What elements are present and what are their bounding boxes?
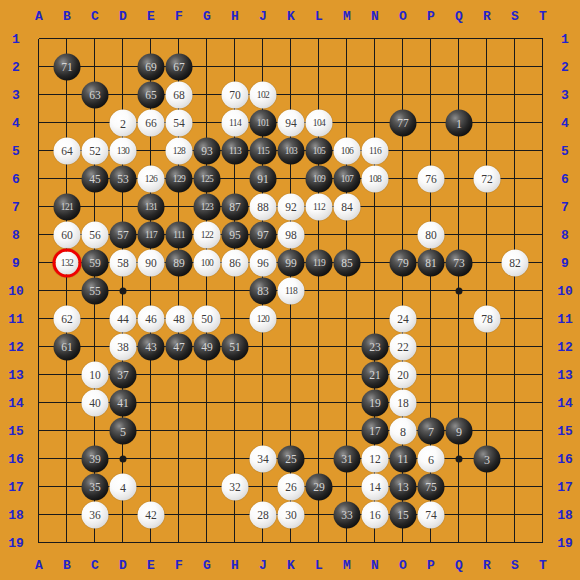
star-point-D10: [120, 288, 127, 295]
black-stone-E3-move-65: 65: [138, 82, 165, 109]
white-stone-B11-move-62: 62: [54, 306, 81, 333]
white-stone-D12-move-38: 38: [110, 334, 137, 361]
white-stone-J18-move-28: 28: [250, 502, 277, 529]
black-stone-O16-move-11: 11: [390, 446, 417, 473]
coord-label-left-17: 17: [8, 481, 24, 494]
black-stone-O18-move-15: 15: [390, 502, 417, 529]
white-stone-J3-move-102: 102: [250, 82, 277, 109]
coord-label-bottom-F: F: [175, 559, 183, 572]
coord-label-top-C: C: [91, 10, 99, 23]
coord-label-left-16: 16: [8, 453, 24, 466]
coord-label-top-Q: Q: [455, 10, 463, 23]
black-stone-F2-move-67: 67: [166, 54, 193, 81]
black-stone-B7-move-121: 121: [54, 194, 81, 221]
coord-label-top-O: O: [399, 10, 407, 23]
coord-label-bottom-K: K: [287, 559, 295, 572]
white-stone-E9-move-90: 90: [138, 250, 165, 277]
coord-label-top-K: K: [287, 10, 295, 23]
white-stone-K17-move-26: 26: [278, 474, 305, 501]
white-stone-C5-move-52: 52: [82, 138, 109, 165]
white-stone-F11-move-48: 48: [166, 306, 193, 333]
star-point-D16: [120, 456, 127, 463]
black-stone-C17-move-35: 35: [82, 474, 109, 501]
coord-label-right-15: 15: [557, 425, 573, 438]
coord-label-left-14: 14: [8, 397, 24, 410]
black-stone-M16-move-31: 31: [334, 446, 361, 473]
white-stone-B9-move-132: 132: [53, 249, 82, 278]
coord-label-top-D: D: [119, 10, 127, 23]
white-stone-G8-move-122: 122: [194, 222, 221, 249]
coord-label-left-15: 15: [8, 425, 24, 438]
black-stone-K5-move-103: 103: [278, 138, 305, 165]
coord-label-bottom-D: D: [119, 559, 127, 572]
coord-label-left-8: 8: [12, 229, 20, 242]
white-stone-H17-move-32: 32: [222, 474, 249, 501]
white-stone-H3-move-70: 70: [222, 82, 249, 109]
coord-label-left-5: 5: [12, 145, 20, 158]
white-stone-N18-move-16: 16: [362, 502, 389, 529]
coord-label-bottom-L: L: [315, 559, 323, 572]
coord-label-top-S: S: [511, 10, 519, 23]
black-stone-D8-move-57: 57: [110, 222, 137, 249]
white-stone-M5-move-106: 106: [334, 138, 361, 165]
white-stone-O14-move-18: 18: [390, 390, 417, 417]
black-stone-M6-move-107: 107: [334, 166, 361, 193]
black-stone-G5-move-93: 93: [194, 138, 221, 165]
white-stone-P6-move-76: 76: [418, 166, 445, 193]
black-stone-F6-move-129: 129: [166, 166, 193, 193]
white-stone-P8-move-80: 80: [418, 222, 445, 249]
coord-label-bottom-M: M: [343, 559, 351, 572]
coord-label-left-19: 19: [8, 537, 24, 550]
star-point-Q16: [456, 456, 463, 463]
coord-label-left-18: 18: [8, 509, 24, 522]
white-stone-K18-move-30: 30: [278, 502, 305, 529]
black-stone-P9-move-81: 81: [418, 250, 445, 277]
white-stone-N17-move-14: 14: [362, 474, 389, 501]
black-stone-D13-move-37: 37: [110, 362, 137, 389]
black-stone-F12-move-47: 47: [166, 334, 193, 361]
black-stone-C16-move-39: 39: [82, 446, 109, 473]
white-stone-D4-move-2: 2: [110, 110, 137, 137]
white-stone-B5-move-64: 64: [54, 138, 81, 165]
white-stone-F4-move-54: 54: [166, 110, 193, 137]
coord-label-bottom-C: C: [91, 559, 99, 572]
white-stone-L4-move-104: 104: [306, 110, 333, 137]
coord-label-top-M: M: [343, 10, 351, 23]
black-stone-J6-move-91: 91: [250, 166, 277, 193]
coord-label-right-19: 19: [557, 537, 573, 550]
coord-label-right-5: 5: [561, 145, 569, 158]
white-stone-G11-move-50: 50: [194, 306, 221, 333]
black-stone-H8-move-95: 95: [222, 222, 249, 249]
white-stone-K4-move-94: 94: [278, 110, 305, 137]
black-stone-J10-move-83: 83: [250, 278, 277, 305]
coord-label-top-A: A: [35, 10, 43, 23]
coord-label-top-H: H: [231, 10, 239, 23]
black-stone-N13-move-21: 21: [362, 362, 389, 389]
white-stone-F5-move-128: 128: [166, 138, 193, 165]
coord-label-right-2: 2: [561, 61, 569, 74]
coord-label-left-2: 2: [12, 61, 20, 74]
coord-label-bottom-B: B: [63, 559, 71, 572]
white-stone-J9-move-96: 96: [250, 250, 277, 277]
white-stone-P18-move-74: 74: [418, 502, 445, 529]
coord-label-left-7: 7: [12, 201, 20, 214]
star-point-Q10: [456, 288, 463, 295]
black-stone-E12-move-43: 43: [138, 334, 165, 361]
coord-label-bottom-H: H: [231, 559, 239, 572]
coord-label-left-9: 9: [12, 257, 20, 270]
black-stone-L5-move-105: 105: [306, 138, 333, 165]
black-stone-H7-move-87: 87: [222, 194, 249, 221]
black-stone-N15-move-17: 17: [362, 418, 389, 445]
black-stone-J5-move-115: 115: [250, 138, 277, 165]
coord-label-bottom-S: S: [511, 559, 519, 572]
black-stone-G7-move-123: 123: [194, 194, 221, 221]
white-stone-E6-move-126: 126: [138, 166, 165, 193]
coord-label-bottom-T: T: [539, 559, 547, 572]
black-stone-M18-move-33: 33: [334, 502, 361, 529]
black-stone-B2-move-71: 71: [54, 54, 81, 81]
black-stone-E2-move-69: 69: [138, 54, 165, 81]
white-stone-M7-move-84: 84: [334, 194, 361, 221]
black-stone-C3-move-63: 63: [82, 82, 109, 109]
black-stone-O17-move-13: 13: [390, 474, 417, 501]
white-stone-E11-move-46: 46: [138, 306, 165, 333]
coord-label-top-T: T: [539, 10, 547, 23]
black-stone-P15-move-7: 7: [418, 418, 445, 445]
white-stone-C14-move-40: 40: [82, 390, 109, 417]
white-stone-C13-move-10: 10: [82, 362, 109, 389]
black-stone-D6-move-53: 53: [110, 166, 137, 193]
coord-label-bottom-A: A: [35, 559, 43, 572]
coord-label-left-6: 6: [12, 173, 20, 186]
white-stone-D5-move-130: 130: [110, 138, 137, 165]
coord-label-top-E: E: [147, 10, 155, 23]
white-stone-K10-move-118: 118: [278, 278, 305, 305]
white-stone-K8-move-98: 98: [278, 222, 305, 249]
coord-label-top-G: G: [203, 10, 211, 23]
black-stone-C9-move-59: 59: [82, 250, 109, 277]
white-stone-B8-move-60: 60: [54, 222, 81, 249]
black-stone-F9-move-89: 89: [166, 250, 193, 277]
white-stone-G9-move-100: 100: [194, 250, 221, 277]
coord-label-right-3: 3: [561, 89, 569, 102]
go-board[interactable]: AABBCCDDEEFFGGHHJJKKLLMMNNOOPPQQRRSSTT11…: [0, 0, 580, 580]
coord-label-left-11: 11: [8, 313, 24, 326]
coord-label-left-1: 1: [12, 33, 20, 46]
coord-label-left-13: 13: [8, 369, 24, 382]
coord-label-top-B: B: [63, 10, 71, 23]
coord-label-top-F: F: [175, 10, 183, 23]
black-stone-E7-move-131: 131: [138, 194, 165, 221]
coord-label-right-17: 17: [557, 481, 573, 494]
black-stone-Q4-move-1: 1: [446, 110, 473, 137]
coord-label-right-7: 7: [561, 201, 569, 214]
coord-label-top-N: N: [371, 10, 379, 23]
black-stone-G6-move-125: 125: [194, 166, 221, 193]
white-stone-H4-move-114: 114: [222, 110, 249, 137]
coord-label-bottom-E: E: [147, 559, 155, 572]
black-stone-P17-move-75: 75: [418, 474, 445, 501]
black-stone-C10-move-55: 55: [82, 278, 109, 305]
white-stone-C8-move-56: 56: [82, 222, 109, 249]
white-stone-F3-move-68: 68: [166, 82, 193, 109]
coord-label-right-9: 9: [561, 257, 569, 270]
coord-label-right-10: 10: [557, 285, 573, 298]
white-stone-O11-move-24: 24: [390, 306, 417, 333]
coord-label-right-13: 13: [557, 369, 573, 382]
white-stone-E4-move-66: 66: [138, 110, 165, 137]
white-stone-H9-move-86: 86: [222, 250, 249, 277]
white-stone-D17-move-4: 4: [110, 474, 137, 501]
black-stone-J4-move-101: 101: [250, 110, 277, 137]
coord-label-bottom-Q: Q: [455, 559, 463, 572]
coord-label-left-10: 10: [8, 285, 24, 298]
black-stone-B12-move-61: 61: [54, 334, 81, 361]
white-stone-D9-move-58: 58: [110, 250, 137, 277]
black-stone-K16-move-25: 25: [278, 446, 305, 473]
white-stone-O13-move-20: 20: [390, 362, 417, 389]
black-stone-C6-move-45: 45: [82, 166, 109, 193]
black-stone-Q15-move-9: 9: [446, 418, 473, 445]
coord-label-left-12: 12: [8, 341, 24, 354]
black-stone-R16-move-3: 3: [474, 446, 501, 473]
black-stone-D14-move-41: 41: [110, 390, 137, 417]
black-stone-O9-move-79: 79: [390, 250, 417, 277]
coord-label-right-6: 6: [561, 173, 569, 186]
coord-label-top-L: L: [315, 10, 323, 23]
black-stone-N12-move-23: 23: [362, 334, 389, 361]
white-stone-N5-move-116: 116: [362, 138, 389, 165]
coord-label-right-16: 16: [557, 453, 573, 466]
black-stone-J8-move-97: 97: [250, 222, 277, 249]
coord-label-left-4: 4: [12, 117, 20, 130]
white-stone-O12-move-22: 22: [390, 334, 417, 361]
white-stone-K7-move-92: 92: [278, 194, 305, 221]
white-stone-J16-move-34: 34: [250, 446, 277, 473]
black-stone-L17-move-29: 29: [306, 474, 333, 501]
black-stone-L6-move-109: 109: [306, 166, 333, 193]
coord-label-right-8: 8: [561, 229, 569, 242]
coord-label-right-11: 11: [557, 313, 573, 326]
black-stone-D15-move-5: 5: [110, 418, 137, 445]
white-stone-L7-move-112: 112: [306, 194, 333, 221]
white-stone-E18-move-42: 42: [138, 502, 165, 529]
white-stone-J11-move-120: 120: [250, 306, 277, 333]
white-stone-O15-move-8: 8: [390, 418, 417, 445]
white-stone-R11-move-78: 78: [474, 306, 501, 333]
black-stone-L9-move-119: 119: [306, 250, 333, 277]
coord-label-right-12: 12: [557, 341, 573, 354]
coord-label-right-4: 4: [561, 117, 569, 130]
coord-label-bottom-R: R: [483, 559, 491, 572]
coord-label-left-3: 3: [12, 89, 20, 102]
white-stone-P16-move-6: 6: [418, 446, 445, 473]
black-stone-H5-move-113: 113: [222, 138, 249, 165]
coord-label-bottom-O: O: [399, 559, 407, 572]
coord-label-bottom-N: N: [371, 559, 379, 572]
white-stone-C18-move-36: 36: [82, 502, 109, 529]
white-stone-R6-move-72: 72: [474, 166, 501, 193]
black-stone-N14-move-19: 19: [362, 390, 389, 417]
coord-label-right-1: 1: [561, 33, 569, 46]
coord-label-top-J: J: [259, 10, 267, 23]
white-stone-J7-move-88: 88: [250, 194, 277, 221]
coord-label-bottom-G: G: [203, 559, 211, 572]
coord-label-right-18: 18: [557, 509, 573, 522]
black-stone-H12-move-51: 51: [222, 334, 249, 361]
black-stone-Q9-move-73: 73: [446, 250, 473, 277]
black-stone-M9-move-85: 85: [334, 250, 361, 277]
black-stone-O4-move-77: 77: [390, 110, 417, 137]
black-stone-F8-move-111: 111: [166, 222, 193, 249]
white-stone-S9-move-82: 82: [502, 250, 529, 277]
coord-label-bottom-J: J: [259, 559, 267, 572]
black-stone-K9-move-99: 99: [278, 250, 305, 277]
coord-label-right-14: 14: [557, 397, 573, 410]
white-stone-D11-move-44: 44: [110, 306, 137, 333]
black-stone-E8-move-117: 117: [138, 222, 165, 249]
coord-label-bottom-P: P: [427, 559, 435, 572]
white-stone-N6-move-108: 108: [362, 166, 389, 193]
coord-label-top-P: P: [427, 10, 435, 23]
black-stone-G12-move-49: 49: [194, 334, 221, 361]
white-stone-N16-move-12: 12: [362, 446, 389, 473]
coord-label-top-R: R: [483, 10, 491, 23]
